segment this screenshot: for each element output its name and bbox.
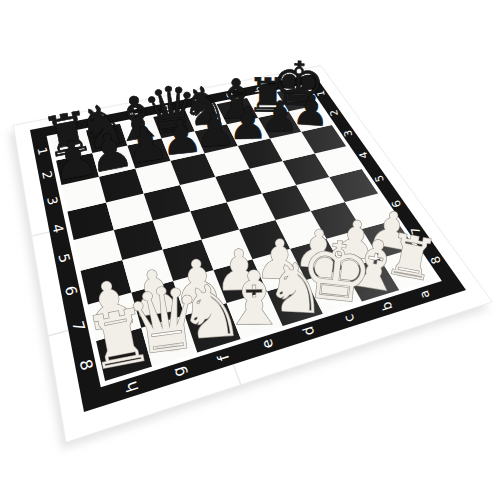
chess-board: hhggffeeddccbbaa8877665544332211♚♜♝♞♟♛♟♝… bbox=[0, 0, 500, 500]
chess-set-product-photo: hhggffeeddccbbaa8877665544332211♚♜♝♞♟♛♟♝… bbox=[0, 0, 500, 500]
